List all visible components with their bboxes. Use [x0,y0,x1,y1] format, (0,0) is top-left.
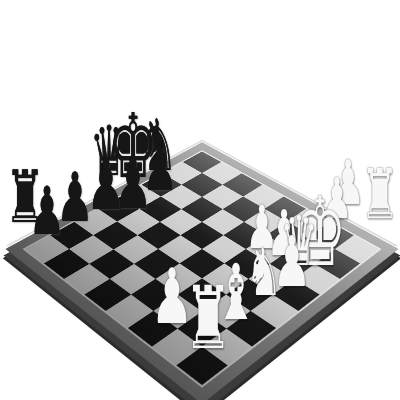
chess-render-scene: ♜♟♟♟♛♚♟♞♟♟♜♝♞♟♟♟♛♚♟♟♜ [0,0,400,400]
black-rook-a8: ♜ [5,161,45,233]
white-pawn-h2: ♟ [331,153,365,215]
chessboard-squares [25,151,379,385]
black-queen-d8: ♛ [90,117,128,186]
white-rook-h1: ♜ [361,160,400,229]
chessboard-frame [5,142,398,400]
